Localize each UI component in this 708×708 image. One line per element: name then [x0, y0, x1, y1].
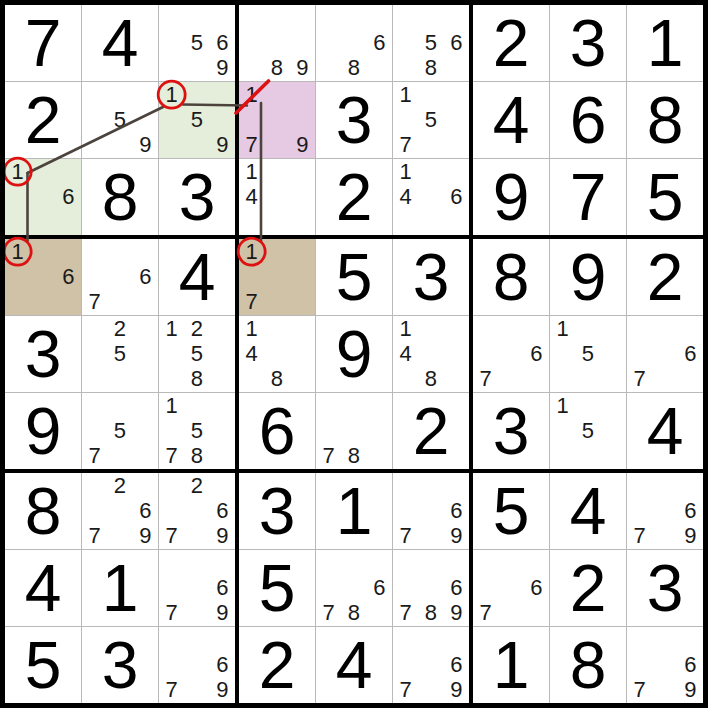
cell-r5c1[interactable]: 3 [5, 316, 81, 392]
candidate-slot [133, 290, 158, 315]
cell-r5c7[interactable]: 67 [473, 316, 549, 392]
candidate-slot [56, 210, 81, 235]
candidate-slot [601, 393, 626, 418]
candidate-digit-7: 7 [82, 444, 107, 469]
candidate-grid: 679 [627, 473, 703, 549]
cell-r3c2[interactable]: 8 [82, 159, 158, 235]
candidate-digit-7: 7 [473, 367, 498, 392]
candidate-slot [133, 107, 158, 132]
cell-r4c7[interactable]: 8 [473, 239, 549, 315]
candidate-digit-9: 9 [444, 601, 469, 626]
candidate-slot [393, 107, 418, 132]
cell-r8c8[interactable]: 2 [550, 550, 626, 626]
candidate-slot [107, 82, 132, 107]
cell-r5c4[interactable]: 148 [239, 316, 315, 392]
candidate-digit-6: 6 [678, 652, 703, 677]
cell-r4c4[interactable]: 17 [239, 239, 315, 315]
box-border-bar [469, 5, 473, 703]
candidate-grid: 14 [239, 159, 315, 235]
cell-r5c9[interactable]: 67 [627, 316, 703, 392]
candidate-digit-8: 8 [264, 56, 289, 81]
cell-r6c8[interactable]: 15 [550, 393, 626, 469]
candidate-slot [367, 393, 392, 418]
cell-r4c3[interactable]: 4 [159, 239, 235, 315]
candidate-slot [184, 498, 209, 523]
candidate-grid: 179 [239, 82, 315, 158]
candidate-digit-1: 1 [550, 316, 575, 341]
big-digit: 4 [316, 627, 392, 703]
cell-r3c3[interactable]: 3 [159, 159, 235, 235]
candidate-digit-5: 5 [418, 107, 443, 132]
cell-r7c2[interactable]: 2679 [82, 473, 158, 549]
big-digit: 2 [5, 82, 81, 158]
cell-r8c1[interactable]: 4 [5, 550, 81, 626]
candidate-grid: 568 [393, 5, 469, 81]
candidate-digit-7: 7 [239, 290, 264, 315]
candidate-digit-6: 6 [210, 652, 235, 677]
candidate-slot [367, 56, 392, 81]
candidate-digit-1: 1 [393, 82, 418, 107]
candidate-digit-8: 8 [341, 601, 366, 626]
candidate-slot [82, 367, 107, 392]
candidate-slot [393, 550, 418, 575]
candidate-slot [678, 627, 703, 652]
candidate-slot [184, 575, 209, 600]
candidate-slot [159, 550, 184, 575]
candidate-digit-7: 7 [316, 601, 341, 626]
cell-r6c2[interactable]: 57 [82, 393, 158, 469]
cell-r3c7[interactable]: 9 [473, 159, 549, 235]
cell-r1c9[interactable]: 1 [627, 5, 703, 81]
candidate-digit-6: 6 [678, 498, 703, 523]
candidate-grid: 1578 [159, 393, 235, 469]
candidate-slot [290, 107, 315, 132]
candidate-slot [444, 367, 469, 392]
candidate-digit-5: 5 [575, 341, 600, 366]
cell-r8c3[interactable]: 679 [159, 550, 235, 626]
candidate-grid: 569 [159, 5, 235, 81]
candidate-slot [264, 184, 289, 209]
candidate-digit-1: 1 [393, 316, 418, 341]
big-digit: 5 [239, 550, 315, 626]
cell-r5c3[interactable]: 1258 [159, 316, 235, 392]
cell-r5c6[interactable]: 148 [393, 316, 469, 392]
cell-r4c6[interactable]: 3 [393, 239, 469, 315]
candidate-digit-5: 5 [107, 418, 132, 443]
cell-r7c3[interactable]: 2679 [159, 473, 235, 549]
cell-r3c6[interactable]: 146 [393, 159, 469, 235]
cell-r6c4[interactable]: 6 [239, 393, 315, 469]
candidate-grid: 57 [82, 393, 158, 469]
candidate-slot [82, 341, 107, 366]
candidate-slot [30, 159, 55, 184]
cell-r7c9[interactable]: 679 [627, 473, 703, 549]
candidate-slot [601, 444, 626, 469]
candidate-slot [239, 367, 264, 392]
candidate-digit-6: 6 [444, 30, 469, 55]
candidate-slot [290, 239, 315, 264]
cell-r2c9[interactable]: 8 [627, 82, 703, 158]
candidate-slot [184, 678, 209, 703]
candidate-slot [444, 341, 469, 366]
candidate-slot [652, 524, 677, 549]
candidate-slot [30, 290, 55, 315]
cell-r2c8[interactable]: 6 [550, 82, 626, 158]
candidate-slot [444, 133, 469, 158]
candidate-grid: 67 [473, 316, 549, 392]
big-digit: 4 [82, 5, 158, 81]
big-digit: 5 [473, 473, 549, 549]
candidate-slot [56, 159, 81, 184]
candidate-slot [5, 290, 30, 315]
cell-r1c4[interactable]: 89 [239, 5, 315, 81]
candidate-slot [133, 418, 158, 443]
candidate-digit-8: 8 [184, 367, 209, 392]
candidate-slot [56, 239, 81, 264]
candidate-grid: 89 [239, 5, 315, 81]
candidate-slot [5, 184, 30, 209]
candidate-slot [107, 367, 132, 392]
candidate-slot [418, 575, 443, 600]
cell-r2c7[interactable]: 4 [473, 82, 549, 158]
candidate-grid: 25 [82, 316, 158, 392]
candidate-slot [393, 473, 418, 498]
candidate-digit-7: 7 [393, 678, 418, 703]
candidate-slot [133, 393, 158, 418]
cell-r1c2[interactable]: 4 [82, 5, 158, 81]
big-digit: 3 [239, 473, 315, 549]
candidate-slot [290, 30, 315, 55]
cell-r4c2[interactable]: 67 [82, 239, 158, 315]
cell-r9c4[interactable]: 2 [239, 627, 315, 703]
cell-r2c3[interactable]: 159 [159, 82, 235, 158]
cell-r6c6[interactable]: 2 [393, 393, 469, 469]
candidate-slot [575, 316, 600, 341]
big-digit: 4 [550, 473, 626, 549]
cell-r5c8[interactable]: 15 [550, 316, 626, 392]
candidate-slot [473, 550, 498, 575]
candidate-digit-9: 9 [678, 524, 703, 549]
candidate-slot [418, 133, 443, 158]
candidate-grid: 678 [316, 550, 392, 626]
candidate-slot [107, 239, 132, 264]
candidate-slot [418, 678, 443, 703]
cell-r4c9[interactable]: 2 [627, 239, 703, 315]
candidate-slot [627, 341, 652, 366]
candidate-slot [524, 316, 549, 341]
candidate-grid: 2679 [159, 473, 235, 549]
candidate-slot [393, 5, 418, 30]
candidate-slot [393, 627, 418, 652]
cell-r6c3[interactable]: 1578 [159, 393, 235, 469]
candidate-slot [367, 444, 392, 469]
candidate-digit-6: 6 [367, 575, 392, 600]
candidate-slot [418, 159, 443, 184]
candidate-slot [444, 210, 469, 235]
candidate-slot [341, 418, 366, 443]
candidate-digit-6: 6 [444, 498, 469, 523]
cell-r1c3[interactable]: 569 [159, 5, 235, 81]
candidate-slot [418, 184, 443, 209]
candidate-slot [184, 524, 209, 549]
candidate-digit-1: 1 [159, 393, 184, 418]
candidate-slot [184, 82, 209, 107]
candidate-slot [159, 367, 184, 392]
cell-r2c2[interactable]: 59 [82, 82, 158, 158]
candidate-digit-6: 6 [56, 264, 81, 289]
candidate-slot [210, 316, 235, 341]
candidate-slot [159, 498, 184, 523]
candidate-grid: 16 [5, 159, 81, 235]
candidate-slot [393, 210, 418, 235]
candidate-digit-6: 6 [56, 184, 81, 209]
candidate-slot [290, 159, 315, 184]
candidate-digit-7: 7 [393, 601, 418, 626]
candidate-digit-6: 6 [524, 575, 549, 600]
big-digit: 3 [5, 316, 81, 392]
cell-r5c5[interactable]: 9 [316, 316, 392, 392]
candidate-slot [524, 601, 549, 626]
candidate-slot [264, 30, 289, 55]
candidate-digit-7: 7 [393, 133, 418, 158]
candidate-digit-7: 7 [159, 444, 184, 469]
big-digit: 5 [316, 239, 392, 315]
cell-r9c9[interactable]: 679 [627, 627, 703, 703]
cell-r2c6[interactable]: 157 [393, 82, 469, 158]
candidate-slot [418, 210, 443, 235]
big-digit: 4 [627, 393, 703, 469]
candidate-slot [444, 82, 469, 107]
candidate-slot [367, 601, 392, 626]
candidate-slot [107, 133, 132, 158]
cell-r7c4[interactable]: 3 [239, 473, 315, 549]
candidate-digit-5: 5 [184, 30, 209, 55]
candidate-grid: 15 [550, 316, 626, 392]
big-digit: 7 [550, 159, 626, 235]
candidate-slot [210, 393, 235, 418]
candidate-slot [159, 627, 184, 652]
cell-r6c9[interactable]: 4 [627, 393, 703, 469]
candidate-digit-4: 4 [393, 184, 418, 209]
candidate-grid: 68 [316, 5, 392, 81]
candidate-slot [601, 418, 626, 443]
candidate-digit-2: 2 [184, 473, 209, 498]
candidate-slot [316, 550, 341, 575]
cell-r1c6[interactable]: 568 [393, 5, 469, 81]
candidate-slot [184, 601, 209, 626]
candidate-slot [367, 5, 392, 30]
candidate-slot [264, 290, 289, 315]
candidate-slot [418, 498, 443, 523]
candidate-digit-5: 5 [184, 107, 209, 132]
big-digit: 1 [316, 473, 392, 549]
cell-r6c7[interactable]: 3 [473, 393, 549, 469]
cell-r2c1[interactable]: 2 [5, 82, 81, 158]
candidate-slot [159, 652, 184, 677]
candidate-grid: 146 [393, 159, 469, 235]
candidate-digit-8: 8 [341, 56, 366, 81]
candidate-digit-8: 8 [264, 367, 289, 392]
candidate-digit-7: 7 [82, 524, 107, 549]
candidate-digit-9: 9 [210, 56, 235, 81]
cell-r4c8[interactable]: 9 [550, 239, 626, 315]
candidate-digit-7: 7 [627, 678, 652, 703]
big-digit: 1 [473, 627, 549, 703]
candidate-digit-6: 6 [524, 341, 549, 366]
candidate-slot [418, 82, 443, 107]
candidate-digit-1: 1 [550, 393, 575, 418]
cell-r8c6[interactable]: 6789 [393, 550, 469, 626]
candidate-slot [264, 5, 289, 30]
candidate-slot [444, 5, 469, 30]
candidate-slot [498, 316, 523, 341]
candidate-slot [210, 473, 235, 498]
candidate-slot [290, 290, 315, 315]
cell-r9c6[interactable]: 679 [393, 627, 469, 703]
cell-r3c5[interactable]: 2 [316, 159, 392, 235]
cell-r7c5[interactable]: 1 [316, 473, 392, 549]
candidate-slot [210, 627, 235, 652]
candidate-digit-1: 1 [239, 316, 264, 341]
cell-r8c4[interactable]: 5 [239, 550, 315, 626]
cell-r3c1[interactable]: 16 [5, 159, 81, 235]
big-digit: 8 [473, 239, 549, 315]
candidate-slot [159, 107, 184, 132]
cell-r3c8[interactable]: 7 [550, 159, 626, 235]
cell-r4c5[interactable]: 5 [316, 239, 392, 315]
cell-r9c7[interactable]: 1 [473, 627, 549, 703]
candidate-slot [444, 316, 469, 341]
candidate-slot [184, 133, 209, 158]
candidate-digit-1: 1 [159, 316, 184, 341]
candidate-slot [107, 290, 132, 315]
candidate-digit-6: 6 [210, 30, 235, 55]
candidate-slot [210, 550, 235, 575]
candidate-slot [107, 393, 132, 418]
candidate-digit-7: 7 [159, 524, 184, 549]
cell-r9c5[interactable]: 4 [316, 627, 392, 703]
candidate-grid: 67 [627, 316, 703, 392]
candidate-slot [652, 627, 677, 652]
cell-r1c1[interactable]: 7 [5, 5, 81, 81]
cell-r1c7[interactable]: 2 [473, 5, 549, 81]
big-digit: 4 [473, 82, 549, 158]
candidate-slot [418, 341, 443, 366]
candidate-digit-7: 7 [82, 290, 107, 315]
candidate-digit-6: 6 [367, 30, 392, 55]
big-digit: 3 [159, 159, 235, 235]
candidate-slot [239, 210, 264, 235]
big-digit: 3 [393, 239, 469, 315]
candidate-digit-6: 6 [210, 498, 235, 523]
candidate-slot [82, 393, 107, 418]
cell-r8c9[interactable]: 3 [627, 550, 703, 626]
candidate-slot [418, 524, 443, 549]
candidate-slot [341, 30, 366, 55]
candidate-slot [82, 473, 107, 498]
candidate-digit-9: 9 [210, 524, 235, 549]
candidate-slot [133, 341, 158, 366]
cell-r8c5[interactable]: 678 [316, 550, 392, 626]
candidate-slot [341, 550, 366, 575]
candidate-slot [133, 239, 158, 264]
cell-r9c8[interactable]: 8 [550, 627, 626, 703]
cell-r9c1[interactable]: 5 [5, 627, 81, 703]
big-digit: 8 [5, 473, 81, 549]
cell-r8c7[interactable]: 67 [473, 550, 549, 626]
cell-r8c2[interactable]: 1 [82, 550, 158, 626]
candidate-digit-9: 9 [210, 133, 235, 158]
candidate-slot [444, 107, 469, 132]
cell-r1c5[interactable]: 68 [316, 5, 392, 81]
candidate-slot [264, 159, 289, 184]
candidate-digit-9: 9 [678, 678, 703, 703]
big-digit: 6 [550, 82, 626, 158]
candidate-slot [627, 473, 652, 498]
candidate-slot [30, 210, 55, 235]
cell-r3c9[interactable]: 5 [627, 159, 703, 235]
candidate-slot [184, 56, 209, 81]
candidate-digit-5: 5 [184, 418, 209, 443]
cell-r6c1[interactable]: 9 [5, 393, 81, 469]
candidate-slot [159, 5, 184, 30]
big-digit: 2 [393, 393, 469, 469]
candidate-digit-9: 9 [290, 56, 315, 81]
cell-r9c3[interactable]: 679 [159, 627, 235, 703]
cell-r2c4[interactable]: 179 [239, 82, 315, 158]
cell-r7c7[interactable]: 5 [473, 473, 549, 549]
candidate-digit-6: 6 [444, 184, 469, 209]
cell-r6c5[interactable]: 78 [316, 393, 392, 469]
candidate-slot [264, 133, 289, 158]
cell-r2c5[interactable]: 3 [316, 82, 392, 158]
candidate-digit-6: 6 [444, 575, 469, 600]
cell-r7c1[interactable]: 8 [5, 473, 81, 549]
candidate-digit-5: 5 [575, 418, 600, 443]
candidate-slot [159, 56, 184, 81]
candidate-slot [239, 30, 264, 55]
candidate-slot [550, 418, 575, 443]
candidate-slot [239, 264, 264, 289]
cell-r1c8[interactable]: 3 [550, 5, 626, 81]
candidate-slot [393, 56, 418, 81]
cell-r7c8[interactable]: 4 [550, 473, 626, 549]
candidate-slot [159, 30, 184, 55]
candidate-slot [393, 652, 418, 677]
cell-r3c4[interactable]: 14 [239, 159, 315, 235]
cell-r5c2[interactable]: 25 [82, 316, 158, 392]
candidate-slot [133, 444, 158, 469]
cell-r7c6[interactable]: 679 [393, 473, 469, 549]
candidate-slot [82, 316, 107, 341]
candidate-slot [444, 473, 469, 498]
candidate-digit-8: 8 [184, 444, 209, 469]
candidate-grid: 157 [393, 82, 469, 158]
candidate-digit-9: 9 [133, 133, 158, 158]
candidate-slot [107, 498, 132, 523]
candidate-digit-8: 8 [341, 444, 366, 469]
candidate-slot [473, 316, 498, 341]
candidate-grid: 679 [393, 627, 469, 703]
candidate-slot [652, 367, 677, 392]
candidate-slot [264, 82, 289, 107]
candidate-slot [393, 367, 418, 392]
big-digit: 3 [82, 627, 158, 703]
cell-r4c1[interactable]: 16 [5, 239, 81, 315]
candidate-digit-7: 7 [627, 524, 652, 549]
candidate-digit-9: 9 [133, 524, 158, 549]
cell-r9c2[interactable]: 3 [82, 627, 158, 703]
